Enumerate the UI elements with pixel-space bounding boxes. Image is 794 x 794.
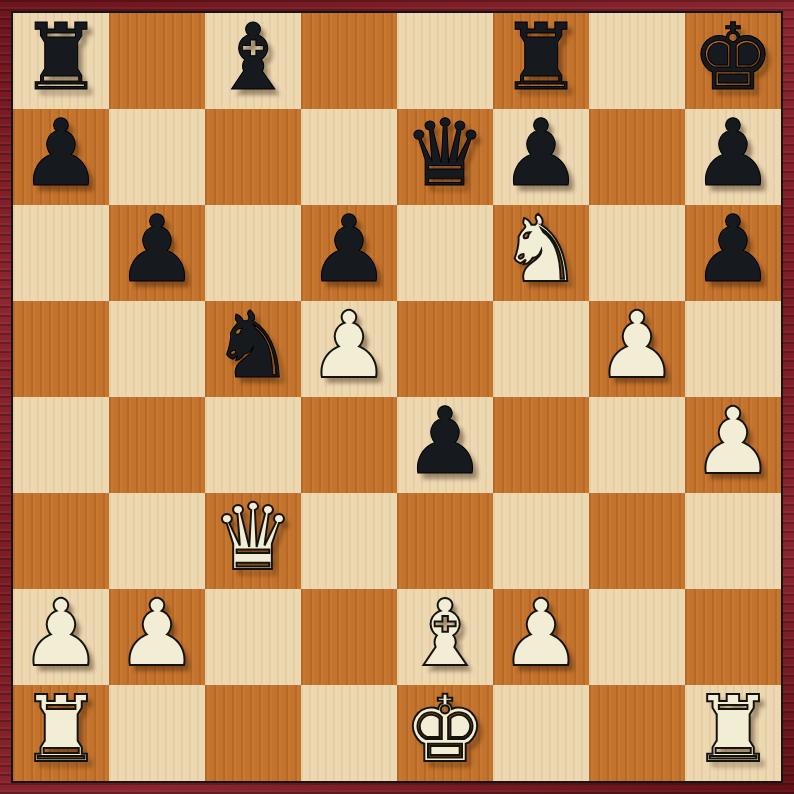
square-a6[interactable] [13,205,109,301]
square-h6[interactable]: ♟ [685,205,781,301]
square-h5[interactable] [685,301,781,397]
square-d7[interactable] [301,109,397,205]
black-knight[interactable]: ♞ [212,298,294,394]
square-g7[interactable] [589,109,685,205]
square-g2[interactable] [589,589,685,685]
chess-board: ♜♝♜♚♟♛♟♟♟♟♞♟♞♟♟♟♟♛♟♟♝♟♜♚♜ [13,13,781,781]
square-c7[interactable] [205,109,301,205]
square-h1[interactable]: ♜ [685,685,781,781]
square-f1[interactable] [493,685,589,781]
white-pawn[interactable]: ♟ [116,586,198,682]
square-a7[interactable]: ♟ [13,109,109,205]
square-c8[interactable]: ♝ [205,13,301,109]
black-bishop[interactable]: ♝ [212,10,294,106]
white-pawn[interactable]: ♟ [20,586,102,682]
square-e4[interactable]: ♟ [397,397,493,493]
black-pawn[interactable]: ♟ [20,106,102,202]
square-c6[interactable] [205,205,301,301]
white-pawn[interactable]: ♟ [692,394,774,490]
white-knight[interactable]: ♞ [500,202,582,298]
square-d3[interactable] [301,493,397,589]
square-b3[interactable] [109,493,205,589]
black-pawn[interactable]: ♟ [500,106,582,202]
square-h7[interactable]: ♟ [685,109,781,205]
white-queen[interactable]: ♛ [212,490,294,586]
white-pawn[interactable]: ♟ [308,298,390,394]
square-h8[interactable]: ♚ [685,13,781,109]
square-d6[interactable]: ♟ [301,205,397,301]
square-f7[interactable]: ♟ [493,109,589,205]
square-a4[interactable] [13,397,109,493]
square-f3[interactable] [493,493,589,589]
white-rook[interactable]: ♜ [20,682,102,778]
square-c5[interactable]: ♞ [205,301,301,397]
square-a5[interactable] [13,301,109,397]
square-b2[interactable]: ♟ [109,589,205,685]
square-a2[interactable]: ♟ [13,589,109,685]
square-d1[interactable] [301,685,397,781]
square-d5[interactable]: ♟ [301,301,397,397]
white-rook[interactable]: ♜ [692,682,774,778]
black-pawn[interactable]: ♟ [692,202,774,298]
square-a1[interactable]: ♜ [13,685,109,781]
square-b8[interactable] [109,13,205,109]
square-h2[interactable] [685,589,781,685]
square-b5[interactable] [109,301,205,397]
frame-inner-line: ♜♝♜♚♟♛♟♟♟♟♞♟♞♟♟♟♟♛♟♟♝♟♜♚♜ [11,11,783,783]
square-e5[interactable] [397,301,493,397]
square-b4[interactable] [109,397,205,493]
square-c4[interactable] [205,397,301,493]
square-d4[interactable] [301,397,397,493]
black-pawn[interactable]: ♟ [116,202,198,298]
square-g1[interactable] [589,685,685,781]
white-pawn[interactable]: ♟ [596,298,678,394]
square-f2[interactable]: ♟ [493,589,589,685]
square-a8[interactable]: ♜ [13,13,109,109]
square-c2[interactable] [205,589,301,685]
square-d8[interactable] [301,13,397,109]
square-f6[interactable]: ♞ [493,205,589,301]
black-king[interactable]: ♚ [692,10,774,106]
square-a3[interactable] [13,493,109,589]
square-c1[interactable] [205,685,301,781]
square-f4[interactable] [493,397,589,493]
square-g8[interactable] [589,13,685,109]
white-pawn[interactable]: ♟ [500,586,582,682]
black-pawn[interactable]: ♟ [404,394,486,490]
square-g6[interactable] [589,205,685,301]
white-king[interactable]: ♚ [404,682,486,778]
square-b6[interactable]: ♟ [109,205,205,301]
black-rook[interactable]: ♜ [500,10,582,106]
board-frame: ♜♝♜♚♟♛♟♟♟♟♞♟♞♟♟♟♟♛♟♟♝♟♜♚♜ [0,0,794,794]
square-g4[interactable] [589,397,685,493]
square-e7[interactable]: ♛ [397,109,493,205]
black-pawn[interactable]: ♟ [692,106,774,202]
square-g3[interactable] [589,493,685,589]
white-bishop[interactable]: ♝ [404,586,486,682]
square-e1[interactable]: ♚ [397,685,493,781]
square-b7[interactable] [109,109,205,205]
square-c3[interactable]: ♛ [205,493,301,589]
square-e8[interactable] [397,13,493,109]
square-f5[interactable] [493,301,589,397]
black-queen[interactable]: ♛ [404,106,486,202]
square-e6[interactable] [397,205,493,301]
square-f8[interactable]: ♜ [493,13,589,109]
square-h3[interactable] [685,493,781,589]
square-e3[interactable] [397,493,493,589]
black-pawn[interactable]: ♟ [308,202,390,298]
square-g5[interactable]: ♟ [589,301,685,397]
square-h4[interactable]: ♟ [685,397,781,493]
square-b1[interactable] [109,685,205,781]
black-rook[interactable]: ♜ [20,10,102,106]
square-e2[interactable]: ♝ [397,589,493,685]
square-d2[interactable] [301,589,397,685]
